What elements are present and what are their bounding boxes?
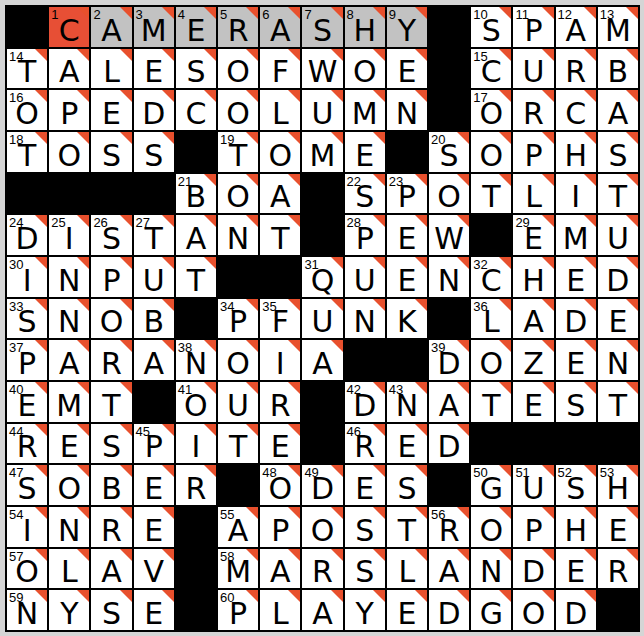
revealed-flag-icon <box>499 299 511 311</box>
grid-cell[interactable]: E <box>134 507 174 547</box>
grid-cell[interactable]: 43N <box>387 382 427 422</box>
grid-cell[interactable]: 20S <box>429 132 469 172</box>
grid-cell[interactable]: 59N <box>7 590 47 630</box>
revealed-flag-icon <box>162 215 174 227</box>
grid-cell[interactable]: R <box>513 90 553 130</box>
clue-number: 15 <box>473 49 487 64</box>
grid-cell[interactable]: 35F <box>260 299 300 339</box>
grid-cell[interactable]: O <box>218 174 258 214</box>
grid-cell[interactable]: U <box>513 49 553 89</box>
revealed-flag-icon <box>246 382 258 394</box>
grid-cell[interactable]: S <box>556 382 596 422</box>
grid-cell[interactable]: E <box>598 507 638 547</box>
grid-cell[interactable]: 11P <box>513 7 553 47</box>
grid-cell[interactable]: S <box>598 132 638 172</box>
revealed-flag-icon <box>415 424 427 436</box>
grid-cell[interactable]: 48O <box>260 465 300 505</box>
grid-cell[interactable]: Y <box>49 590 89 630</box>
grid-cell[interactable]: 16O <box>7 90 47 130</box>
grid-cell[interactable]: N <box>345 299 385 339</box>
revealed-flag-icon <box>499 507 511 519</box>
grid-cell[interactable]: R <box>91 340 131 380</box>
grid-cell[interactable]: E <box>49 424 89 464</box>
grid-cell[interactable]: 57O <box>7 549 47 589</box>
revealed-flag-icon <box>457 340 469 352</box>
clue-number: 39 <box>431 340 445 355</box>
grid-cell[interactable]: Z <box>513 340 553 380</box>
grid-cell[interactable]: L <box>387 549 427 589</box>
revealed-flag-icon <box>120 340 132 352</box>
revealed-flag-icon <box>35 132 47 144</box>
grid-cell[interactable]: 31Q <box>302 257 342 297</box>
grid-cell[interactable]: C <box>176 90 216 130</box>
grid-cell[interactable]: T <box>598 382 638 422</box>
grid-cell[interactable]: T <box>218 424 258 464</box>
grid-cell[interactable]: O <box>218 49 258 89</box>
grid-cell[interactable]: 58M <box>218 549 258 589</box>
clue-number: 9 <box>389 7 396 22</box>
grid-cell[interactable]: D <box>429 424 469 464</box>
clue-number: 36 <box>473 299 487 314</box>
grid-cell[interactable]: O <box>471 507 511 547</box>
black-cell <box>387 132 427 172</box>
grid-cell[interactable]: I <box>260 340 300 380</box>
grid-cell[interactable]: W <box>429 215 469 255</box>
grid-cell[interactable]: A <box>260 549 300 589</box>
black-cell <box>345 340 385 380</box>
clue-number: 18 <box>9 132 23 147</box>
clue-number: 32 <box>473 257 487 272</box>
revealed-flag-icon <box>626 382 638 394</box>
revealed-flag-icon <box>77 507 89 519</box>
grid-cell[interactable]: A <box>49 340 89 380</box>
revealed-flag-icon <box>373 174 385 186</box>
revealed-flag-icon <box>626 49 638 61</box>
revealed-flag-icon <box>77 382 89 394</box>
revealed-flag-icon <box>626 549 638 561</box>
grid-cell[interactable]: R <box>302 549 342 589</box>
grid-cell[interactable]: S <box>91 424 131 464</box>
grid-cell[interactable]: 47S <box>7 465 47 505</box>
grid-cell[interactable]: A <box>134 340 174 380</box>
grid-cell[interactable]: S <box>134 132 174 172</box>
grid-cell[interactable]: A <box>429 382 469 422</box>
revealed-flag-icon <box>288 299 300 311</box>
grid-cell[interactable]: H <box>513 257 553 297</box>
grid-cell[interactable]: E <box>134 590 174 630</box>
grid-cell[interactable]: 54I <box>7 507 47 547</box>
revealed-flag-icon <box>246 90 258 102</box>
revealed-flag-icon <box>77 257 89 269</box>
revealed-flag-icon <box>584 590 596 602</box>
revealed-flag-icon <box>584 507 596 519</box>
grid-cell[interactable]: D <box>556 590 596 630</box>
revealed-flag-icon <box>35 340 47 352</box>
revealed-flag-icon <box>77 299 89 311</box>
grid-cell[interactable]: P <box>513 507 553 547</box>
revealed-flag-icon <box>288 49 300 61</box>
grid-cell[interactable]: 25I <box>49 215 89 255</box>
grid-cell[interactable]: 44R <box>7 424 47 464</box>
grid-cell[interactable]: S <box>345 507 385 547</box>
grid-cell[interactable]: E <box>345 465 385 505</box>
grid-cell[interactable]: M <box>556 215 596 255</box>
grid-cell[interactable]: 26S <box>91 215 131 255</box>
grid-cell[interactable]: N <box>49 299 89 339</box>
revealed-flag-icon <box>162 7 174 19</box>
grid-cell[interactable]: D <box>429 590 469 630</box>
black-cell <box>429 90 469 130</box>
grid-cell[interactable]: B <box>91 465 131 505</box>
grid-cell[interactable]: E <box>387 590 427 630</box>
grid-cell[interactable]: 34P <box>218 299 258 339</box>
grid-cell[interactable]: 45P <box>134 424 174 464</box>
grid-cell[interactable]: 41O <box>176 382 216 422</box>
grid-cell[interactable]: M <box>49 382 89 422</box>
grid-cell[interactable]: O <box>471 340 511 380</box>
grid-cell[interactable]: I <box>176 424 216 464</box>
grid-cell[interactable]: O <box>260 132 300 172</box>
grid-cell[interactable]: 3M <box>134 7 174 47</box>
revealed-flag-icon <box>542 382 554 394</box>
revealed-flag-icon <box>288 382 300 394</box>
revealed-flag-icon <box>77 132 89 144</box>
grid-cell[interactable]: 17O <box>471 90 511 130</box>
grid-cell[interactable]: V <box>134 549 174 589</box>
black-cell <box>429 49 469 89</box>
grid-cell[interactable]: L <box>260 90 300 130</box>
revealed-flag-icon <box>35 382 47 394</box>
revealed-flag-icon <box>77 465 89 477</box>
clue-number: 56 <box>431 507 445 522</box>
black-cell <box>49 174 89 214</box>
grid-cell[interactable]: T <box>387 507 427 547</box>
clue-number: 59 <box>9 590 23 605</box>
revealed-flag-icon <box>120 424 132 436</box>
revealed-flag-icon <box>584 90 596 102</box>
revealed-flag-icon <box>373 299 385 311</box>
grid-cell[interactable]: N <box>429 257 469 297</box>
revealed-flag-icon <box>120 49 132 61</box>
grid-cell[interactable]: 30I <box>7 257 47 297</box>
clue-number: 4 <box>178 7 185 22</box>
grid-cell[interactable]: N <box>218 215 258 255</box>
grid-cell[interactable]: G <box>471 590 511 630</box>
revealed-flag-icon <box>331 507 343 519</box>
grid-cell[interactable]: 56R <box>429 507 469 547</box>
clue-number: 58 <box>220 549 234 564</box>
grid-cell[interactable]: S <box>345 549 385 589</box>
grid-cell[interactable]: S <box>91 132 131 172</box>
grid-cell[interactable]: O <box>345 49 385 89</box>
revealed-flag-icon <box>331 132 343 144</box>
grid-cell[interactable]: T <box>176 257 216 297</box>
clue-number: 24 <box>9 215 23 230</box>
grid-cell[interactable]: E <box>556 549 596 589</box>
grid-cell[interactable]: P <box>260 507 300 547</box>
grid-cell[interactable]: P <box>91 257 131 297</box>
revealed-flag-icon <box>77 590 89 602</box>
revealed-flag-icon <box>626 299 638 311</box>
grid-cell[interactable]: T <box>471 174 511 214</box>
black-cell <box>387 340 427 380</box>
revealed-flag-icon <box>542 257 554 269</box>
revealed-flag-icon <box>162 299 174 311</box>
revealed-flag-icon <box>626 174 638 186</box>
grid-cell[interactable]: 60P <box>218 590 258 630</box>
grid-cell[interactable]: S <box>387 465 427 505</box>
revealed-flag-icon <box>373 132 385 144</box>
revealed-flag-icon <box>288 215 300 227</box>
grid-cell[interactable]: 1C <box>49 7 89 47</box>
revealed-flag-icon <box>162 465 174 477</box>
grid-cell[interactable]: N <box>598 340 638 380</box>
revealed-flag-icon <box>246 549 258 561</box>
revealed-flag-icon <box>204 424 216 436</box>
grid-cell[interactable]: 21B <box>176 174 216 214</box>
grid-cell[interactable]: 22S <box>345 174 385 214</box>
grid-cell[interactable]: M <box>302 132 342 172</box>
grid-cell[interactable]: 40E <box>7 382 47 422</box>
revealed-flag-icon <box>542 132 554 144</box>
grid-cell[interactable]: 10S <box>471 7 511 47</box>
black-cell <box>176 590 216 630</box>
revealed-flag-icon <box>457 549 469 561</box>
revealed-flag-icon <box>204 340 216 352</box>
clue-number: 14 <box>9 49 23 64</box>
grid-cell[interactable]: 55A <box>218 507 258 547</box>
grid-cell[interactable]: C <box>556 90 596 130</box>
grid-cell[interactable]: R <box>176 465 216 505</box>
grid-cell[interactable]: 19T <box>218 132 258 172</box>
revealed-flag-icon <box>77 90 89 102</box>
grid-cell[interactable]: 36L <box>471 299 511 339</box>
grid-cell[interactable]: S <box>91 590 131 630</box>
grid-cell[interactable]: E <box>387 424 427 464</box>
grid-cell[interactable]: O <box>513 590 553 630</box>
grid-cell[interactable]: 29E <box>513 215 553 255</box>
clue-number: 6 <box>262 7 269 22</box>
clue-number: 13 <box>600 7 614 22</box>
grid-cell[interactable]: E <box>387 49 427 89</box>
grid-cell[interactable]: A <box>302 590 342 630</box>
revealed-flag-icon <box>162 257 174 269</box>
grid-cell[interactable]: O <box>218 340 258 380</box>
grid-cell[interactable]: O <box>429 174 469 214</box>
grid-cell[interactable]: U <box>134 257 174 297</box>
grid-cell[interactable]: 2A <box>91 7 131 47</box>
grid-cell[interactable]: 50G <box>471 465 511 505</box>
clue-number: 60 <box>220 590 234 605</box>
revealed-flag-icon <box>246 590 258 602</box>
grid-cell[interactable]: 14T <box>7 49 47 89</box>
grid-cell[interactable]: E <box>513 382 553 422</box>
grid-cell[interactable]: O <box>302 507 342 547</box>
revealed-flag-icon <box>457 132 469 144</box>
grid-cell[interactable]: 28P <box>345 215 385 255</box>
grid-cell[interactable]: L <box>49 549 89 589</box>
grid-cell[interactable]: 4E <box>176 7 216 47</box>
grid-cell[interactable]: D <box>598 257 638 297</box>
revealed-flag-icon <box>331 590 343 602</box>
grid-cell[interactable]: U <box>302 90 342 130</box>
grid-cell[interactable]: D <box>513 549 553 589</box>
grid-cell[interactable]: A <box>91 549 131 589</box>
grid-cell[interactable]: A <box>260 174 300 214</box>
grid-cell[interactable]: T <box>91 382 131 422</box>
grid-cell[interactable]: P <box>49 90 89 130</box>
grid-cell[interactable]: 27T <box>134 215 174 255</box>
grid-cell[interactable]: Y <box>345 590 385 630</box>
revealed-flag-icon <box>120 382 132 394</box>
grid-cell[interactable]: 39D <box>429 340 469 380</box>
revealed-flag-icon <box>204 174 216 186</box>
grid-cell[interactable]: B <box>134 299 174 339</box>
grid-cell[interactable]: R <box>598 549 638 589</box>
revealed-flag-icon <box>499 382 511 394</box>
grid-cell[interactable]: 42D <box>345 382 385 422</box>
black-cell <box>471 424 511 464</box>
grid-cell[interactable]: E <box>134 49 174 89</box>
grid-cell[interactable]: H <box>556 507 596 547</box>
grid-cell[interactable]: T <box>471 382 511 422</box>
revealed-flag-icon <box>626 90 638 102</box>
crossword-window: 1C2A3M4E5R6A7S8H9Y10S11P12A13M14TALESOFW… <box>0 0 644 636</box>
grid-cell[interactable]: M <box>345 90 385 130</box>
grid-cell[interactable]: A <box>302 340 342 380</box>
grid-cell[interactable]: 38N <box>176 340 216 380</box>
revealed-flag-icon <box>35 424 47 436</box>
grid-cell[interactable]: 6A <box>260 7 300 47</box>
grid-cell[interactable]: S <box>176 49 216 89</box>
grid-cell[interactable]: R <box>91 507 131 547</box>
grid-cell[interactable]: E <box>598 299 638 339</box>
grid-cell[interactable]: O <box>471 132 511 172</box>
revealed-flag-icon <box>246 215 258 227</box>
revealed-flag-icon <box>457 257 469 269</box>
revealed-flag-icon <box>162 340 174 352</box>
grid-cell[interactable]: 8H <box>345 7 385 47</box>
grid-cell[interactable]: E <box>387 257 427 297</box>
grid-cell[interactable]: E <box>260 424 300 464</box>
grid-cell[interactable]: A <box>513 299 553 339</box>
black-cell <box>598 424 638 464</box>
grid-cell[interactable]: A <box>429 549 469 589</box>
grid-cell[interactable]: L <box>513 174 553 214</box>
grid-cell[interactable]: E <box>556 257 596 297</box>
grid-cell[interactable]: 37P <box>7 340 47 380</box>
black-cell <box>218 465 258 505</box>
revealed-flag-icon <box>162 549 174 561</box>
clue-number: 34 <box>220 299 234 314</box>
grid-cell[interactable]: 24D <box>7 215 47 255</box>
grid-cell[interactable]: F <box>260 49 300 89</box>
revealed-flag-icon <box>331 90 343 102</box>
grid-cell[interactable]: B <box>598 49 638 89</box>
revealed-flag-icon <box>373 90 385 102</box>
grid-cell[interactable]: D <box>134 90 174 130</box>
grid-cell[interactable]: 13M <box>598 7 638 47</box>
grid-cell[interactable]: R <box>556 49 596 89</box>
clue-number: 49 <box>304 465 318 480</box>
grid-cell[interactable]: O <box>49 465 89 505</box>
clue-number: 28 <box>347 215 361 230</box>
grid-cell[interactable]: A <box>49 49 89 89</box>
grid-cell[interactable]: 15C <box>471 49 511 89</box>
grid-cell[interactable]: T <box>598 174 638 214</box>
grid-cell[interactable]: A <box>176 215 216 255</box>
revealed-flag-icon <box>246 299 258 311</box>
grid-cell[interactable]: N <box>49 507 89 547</box>
grid-cell[interactable]: D <box>556 299 596 339</box>
grid-cell[interactable]: P <box>513 132 553 172</box>
revealed-flag-icon <box>415 549 427 561</box>
grid-cell[interactable]: N <box>49 257 89 297</box>
grid-cell[interactable]: U <box>598 215 638 255</box>
grid-cell[interactable]: 49D <box>302 465 342 505</box>
grid-cell[interactable]: T <box>260 215 300 255</box>
grid-cell[interactable]: N <box>471 549 511 589</box>
grid-cell[interactable]: U <box>218 382 258 422</box>
grid-cell[interactable]: E <box>134 465 174 505</box>
grid-cell[interactable]: 51U <box>513 465 553 505</box>
grid-cell[interactable]: R <box>260 382 300 422</box>
grid-cell[interactable]: 7S <box>302 7 342 47</box>
grid-cell[interactable]: U <box>302 299 342 339</box>
grid-cell[interactable]: I <box>556 174 596 214</box>
grid-cell[interactable]: 33S <box>7 299 47 339</box>
revealed-flag-icon <box>162 424 174 436</box>
grid-cell[interactable]: E <box>345 132 385 172</box>
grid-cell[interactable]: K <box>387 299 427 339</box>
black-cell <box>176 549 216 589</box>
grid-cell[interactable]: H <box>556 132 596 172</box>
grid-cell[interactable]: 53H <box>598 465 638 505</box>
clue-number: 16 <box>9 90 23 105</box>
grid-cell[interactable]: 46R <box>345 424 385 464</box>
grid-cell[interactable]: 32C <box>471 257 511 297</box>
revealed-flag-icon <box>499 549 511 561</box>
grid-cell[interactable]: E <box>556 340 596 380</box>
revealed-flag-icon <box>626 257 638 269</box>
grid-cell[interactable]: O <box>49 132 89 172</box>
revealed-flag-icon <box>373 507 385 519</box>
grid-cell[interactable]: 5R <box>218 7 258 47</box>
grid-cell[interactable]: O <box>218 90 258 130</box>
revealed-flag-icon <box>120 90 132 102</box>
grid-cell[interactable]: 52S <box>556 465 596 505</box>
grid-cell[interactable]: A <box>598 90 638 130</box>
revealed-flag-icon <box>584 7 596 19</box>
grid-cell[interactable]: L <box>260 590 300 630</box>
grid-cell[interactable]: 18T <box>7 132 47 172</box>
revealed-flag-icon <box>626 132 638 144</box>
grid-cell[interactable]: 12A <box>556 7 596 47</box>
black-cell <box>260 257 300 297</box>
revealed-flag-icon <box>584 215 596 227</box>
grid-cell[interactable]: E <box>387 215 427 255</box>
grid-cell[interactable]: U <box>345 257 385 297</box>
revealed-flag-icon <box>288 90 300 102</box>
grid-cell[interactable]: E <box>91 90 131 130</box>
grid-cell[interactable]: 9Y <box>387 7 427 47</box>
grid-cell[interactable]: O <box>91 299 131 339</box>
grid-cell[interactable]: L <box>91 49 131 89</box>
grid-cell[interactable]: W <box>302 49 342 89</box>
revealed-flag-icon <box>626 507 638 519</box>
grid-cell[interactable]: 23P <box>387 174 427 214</box>
grid-cell[interactable]: N <box>387 90 427 130</box>
